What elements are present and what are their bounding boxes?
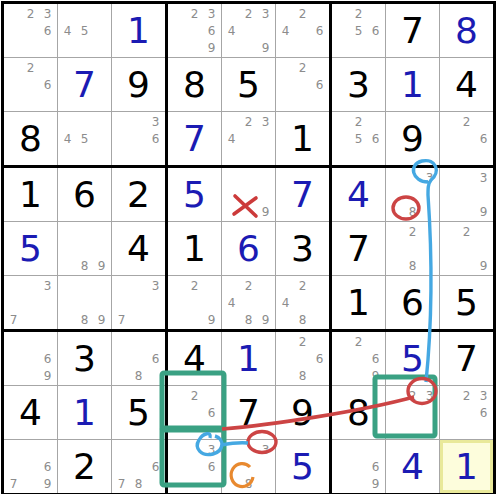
pencil-marks: 26: [168, 386, 221, 439]
given-digit: 1: [332, 276, 385, 329]
given-digit: 1: [4, 168, 57, 221]
candidate-9: 9: [93, 311, 110, 328]
cell-r3c8[interactable]: 9: [386, 112, 439, 165]
candidate-8: 8: [404, 203, 421, 220]
box-2-2: 597163292489248: [168, 168, 329, 329]
cell-r3c9[interactable]: 26: [440, 112, 493, 165]
cell-r3c6[interactable]: 1: [276, 112, 329, 165]
candidate-2: 2: [404, 387, 421, 404]
cell-r8c4[interactable]: 26: [168, 386, 221, 439]
cell-r3c3[interactable]: 36: [112, 112, 165, 165]
cell-r9c8[interactable]: 4: [386, 440, 439, 493]
candidate-2: 2: [350, 113, 367, 130]
candidate-6: 6: [475, 404, 492, 421]
cell-r1c8[interactable]: 7: [386, 4, 439, 57]
pencil-marks: 45: [58, 4, 111, 57]
entered-digit: 5: [168, 168, 221, 221]
candidate-8: 8: [240, 475, 257, 492]
cell-r5c3[interactable]: 4: [112, 222, 165, 275]
cell-r3c5[interactable]: 234: [222, 112, 275, 165]
pencil-marks: 2369: [168, 4, 221, 57]
given-digit: 7: [440, 332, 493, 385]
pencil-marks: 236: [4, 4, 57, 57]
entered-digit: 4: [386, 440, 439, 493]
candidate-9: 9: [39, 367, 56, 384]
entered-digit: 5: [4, 222, 57, 275]
cell-r5c6[interactable]: 3: [276, 222, 329, 275]
entered-digit: 7: [58, 58, 111, 111]
cell-r4c4[interactable]: 5: [168, 168, 221, 221]
cell-r7c7[interactable]: 269: [332, 332, 385, 385]
pencil-marks: 248: [276, 276, 329, 329]
pencil-marks: 69: [4, 332, 57, 385]
pencil-marks: 256: [332, 4, 385, 57]
candidate-9: 9: [257, 311, 274, 328]
cell-r2c1[interactable]: 26: [4, 58, 57, 111]
candidate-9: 9: [475, 257, 492, 274]
cell-r9c3[interactable]: 678: [112, 440, 165, 493]
cell-r9c1[interactable]: 679: [4, 440, 57, 493]
candidate-6: 6: [39, 76, 56, 93]
cell-r6c8[interactable]: 6: [386, 276, 439, 329]
candidate-2: 2: [186, 387, 203, 404]
pencil-marks: 2489: [222, 276, 275, 329]
candidate-9: 9: [39, 475, 56, 492]
candidate-4: 4: [223, 294, 240, 311]
box-1-2: 23692349246852672341: [168, 4, 329, 165]
given-digit: 7: [332, 222, 385, 275]
given-digit: 7: [222, 386, 275, 439]
pencil-marks: 36: [168, 440, 221, 493]
given-digit: 3: [276, 222, 329, 275]
candidate-3: 3: [257, 5, 274, 22]
candidate-8: 8: [76, 257, 93, 274]
candidate-5: 5: [76, 130, 93, 147]
given-digit: 1: [276, 112, 329, 165]
candidate-2: 2: [294, 333, 311, 350]
candidate-3: 3: [39, 5, 56, 22]
candidate-2: 2: [350, 333, 367, 350]
cell-r1c7[interactable]: 256: [332, 4, 385, 57]
given-digit: 8: [4, 112, 57, 165]
pencil-marks: 39: [440, 168, 493, 221]
pencil-marks: 89: [58, 222, 111, 275]
pencil-marks: 29: [168, 276, 221, 329]
cell-r7c6[interactable]: 268: [276, 332, 329, 385]
cell-r1c4[interactable]: 2369: [168, 4, 221, 57]
cell-r8c7[interactable]: 8: [332, 386, 385, 439]
candidate-2: 2: [458, 113, 475, 130]
candidate-6: 6: [39, 22, 56, 39]
candidate-9: 9: [367, 475, 384, 492]
candidate-2: 2: [240, 277, 257, 294]
candidate-6: 6: [367, 458, 384, 475]
cell-r5c5[interactable]: 6: [222, 222, 275, 275]
candidate-6: 6: [311, 76, 328, 93]
cell-r5c1[interactable]: 5: [4, 222, 57, 275]
given-digit: 3: [332, 58, 385, 111]
pencil-marks: 234: [222, 112, 275, 165]
cell-r2c7[interactable]: 3: [332, 58, 385, 111]
candidate-6: 6: [367, 350, 384, 367]
entered-digit: 8: [440, 4, 493, 57]
pencil-marks: 2349: [222, 4, 275, 57]
candidate-4: 4: [277, 22, 294, 39]
candidate-3: 3: [421, 169, 438, 186]
candidate-5: 5: [350, 22, 367, 39]
entered-digit: 1: [222, 332, 275, 385]
candidate-9: 9: [475, 203, 492, 220]
cell-r7c1[interactable]: 69: [4, 332, 57, 385]
given-digit: 8: [332, 386, 385, 439]
candidate-6: 6: [367, 130, 384, 147]
pencil-marks: 269: [332, 332, 385, 385]
pencil-marks: 23: [386, 386, 439, 439]
cell-r2c6[interactable]: 26: [276, 58, 329, 111]
candidate-2: 2: [404, 223, 421, 240]
cell-r9c5[interactable]: 38: [222, 440, 275, 493]
candidate-2: 2: [186, 5, 203, 22]
candidate-9: 9: [93, 257, 110, 274]
cell-r7c3[interactable]: 68: [112, 332, 165, 385]
cell-r3c2[interactable]: 45: [58, 112, 111, 165]
cell-r6c5[interactable]: 2489: [222, 276, 275, 329]
cell-r3c4[interactable]: 7: [168, 112, 221, 165]
pencil-marks: 236: [440, 386, 493, 439]
cell-r1c3[interactable]: 1: [112, 4, 165, 57]
cell-r9c7[interactable]: 69: [332, 440, 385, 493]
entered-digit: 5: [386, 332, 439, 385]
cell-r9c6[interactable]: 5: [276, 440, 329, 493]
cell-r4c7[interactable]: 4: [332, 168, 385, 221]
candidate-3: 3: [203, 5, 220, 22]
cell-r2c8[interactable]: 1: [386, 58, 439, 111]
pencil-marks: 45: [58, 112, 111, 165]
given-digit: 1: [168, 222, 221, 275]
pencil-marks: 69: [332, 440, 385, 493]
candidate-3: 3: [203, 441, 220, 458]
candidate-2: 2: [294, 5, 311, 22]
cell-r1c1[interactable]: 236: [4, 4, 57, 57]
pencil-marks: 26: [440, 112, 493, 165]
given-digit: 5: [112, 386, 165, 439]
candidate-6: 6: [39, 350, 56, 367]
candidate-2: 2: [22, 5, 39, 22]
candidate-3: 3: [421, 387, 438, 404]
pencil-marks: 38: [386, 168, 439, 221]
cell-r6c6[interactable]: 248: [276, 276, 329, 329]
candidate-6: 6: [367, 22, 384, 39]
candidate-2: 2: [294, 59, 311, 76]
sudoku-grid: 2364512679845362369234924685267234125678…: [1, 1, 496, 494]
candidate-2: 2: [186, 277, 203, 294]
cell-r4c9[interactable]: 39: [440, 168, 493, 221]
candidate-2: 2: [294, 277, 311, 294]
entered-digit: 1: [440, 440, 493, 493]
cell-r8c2[interactable]: 1: [58, 386, 111, 439]
candidate-8: 8: [294, 311, 311, 328]
cell-r4c3[interactable]: 2: [112, 168, 165, 221]
candidate-9: 9: [203, 39, 220, 56]
candidate-3: 3: [257, 113, 274, 130]
given-digit: 7: [386, 4, 439, 57]
given-digit: 9: [386, 112, 439, 165]
cell-r4c5[interactable]: 9: [222, 168, 275, 221]
candidate-6: 6: [475, 130, 492, 147]
cell-r6c9[interactable]: 5: [440, 276, 493, 329]
candidate-6: 6: [39, 458, 56, 475]
given-digit: 5: [440, 276, 493, 329]
pencil-marks: 678: [112, 440, 165, 493]
cell-r4c8[interactable]: 38: [386, 168, 439, 221]
box-1-3: 25678314256926: [332, 4, 493, 165]
cell-r5c2[interactable]: 89: [58, 222, 111, 275]
candidate-4: 4: [59, 22, 76, 39]
candidate-2: 2: [240, 5, 257, 22]
cell-r8c8[interactable]: 23: [386, 386, 439, 439]
cell-r1c2[interactable]: 45: [58, 4, 111, 57]
cell-r6c4[interactable]: 29: [168, 276, 221, 329]
candidate-9: 9: [367, 367, 384, 384]
cell-r8c5[interactable]: 7: [222, 386, 275, 439]
pencil-marks: 37: [4, 276, 57, 329]
candidate-7: 7: [5, 311, 22, 328]
entered-digit: 7: [168, 112, 221, 165]
given-digit: 4: [112, 222, 165, 275]
pencil-marks: 268: [276, 332, 329, 385]
candidate-8: 8: [294, 367, 311, 384]
candidate-5: 5: [350, 130, 367, 147]
candidate-7: 7: [113, 475, 130, 492]
candidate-6: 6: [311, 22, 328, 39]
given-digit: 3: [58, 332, 111, 385]
candidate-9: 9: [257, 203, 274, 220]
given-digit: 9: [112, 58, 165, 111]
candidate-4: 4: [277, 294, 294, 311]
box-3-2: 41268267936385: [168, 332, 329, 493]
cell-r9c9[interactable]: 1: [440, 440, 493, 493]
cell-r2c3[interactable]: 9: [112, 58, 165, 111]
candidate-2: 2: [458, 223, 475, 240]
cell-r6c7[interactable]: 1: [332, 276, 385, 329]
given-digit: 6: [386, 276, 439, 329]
cell-r5c9[interactable]: 29: [440, 222, 493, 275]
cell-r7c2[interactable]: 3: [58, 332, 111, 385]
candidate-4: 4: [223, 130, 240, 147]
cell-r6c3[interactable]: 37: [112, 276, 165, 329]
pencil-marks: 68: [112, 332, 165, 385]
cell-r9c4[interactable]: 36: [168, 440, 221, 493]
cell-r3c1[interactable]: 8: [4, 112, 57, 165]
candidate-4: 4: [59, 130, 76, 147]
pencil-marks: 89: [58, 276, 111, 329]
given-digit: 4: [440, 58, 493, 111]
candidate-6: 6: [147, 458, 164, 475]
candidate-6: 6: [203, 404, 220, 421]
given-digit: 4: [4, 386, 57, 439]
cell-r5c7[interactable]: 7: [332, 222, 385, 275]
cell-r5c8[interactable]: 28: [386, 222, 439, 275]
candidate-5: 5: [76, 22, 93, 39]
entered-digit: 6: [222, 222, 275, 275]
candidate-6: 6: [311, 350, 328, 367]
cell-r1c6[interactable]: 246: [276, 4, 329, 57]
given-digit: 8: [168, 58, 221, 111]
cell-r4c6[interactable]: 7: [276, 168, 329, 221]
candidate-3: 3: [39, 277, 56, 294]
cell-r2c9[interactable]: 4: [440, 58, 493, 111]
candidate-2: 2: [350, 5, 367, 22]
candidate-8: 8: [76, 311, 93, 328]
candidate-8: 8: [240, 311, 257, 328]
cell-r4c2[interactable]: 6: [58, 168, 111, 221]
entered-digit: 5: [276, 440, 329, 493]
cell-r8c9[interactable]: 236: [440, 386, 493, 439]
candidate-3: 3: [257, 441, 274, 458]
cell-r6c1[interactable]: 37: [4, 276, 57, 329]
pencil-marks: 36: [112, 112, 165, 165]
cell-r8c1[interactable]: 4: [4, 386, 57, 439]
cell-r7c8[interactable]: 5: [386, 332, 439, 385]
box-2-1: 1625894378937: [4, 168, 165, 329]
given-digit: 2: [112, 168, 165, 221]
candidate-6: 6: [203, 458, 220, 475]
pencil-marks: 9: [222, 168, 275, 221]
pencil-marks: 38: [222, 440, 275, 493]
box-3-1: 693684156792678: [4, 332, 165, 493]
cell-r7c9[interactable]: 7: [440, 332, 493, 385]
candidate-3: 3: [147, 277, 164, 294]
candidate-8: 8: [130, 367, 147, 384]
cell-r2c5[interactable]: 5: [222, 58, 275, 111]
candidate-4: 4: [223, 22, 240, 39]
given-digit: 5: [222, 58, 275, 111]
cell-r8c3[interactable]: 5: [112, 386, 165, 439]
candidate-3: 3: [475, 169, 492, 186]
candidate-6: 6: [147, 350, 164, 367]
cell-r9c2[interactable]: 2: [58, 440, 111, 493]
entered-digit: 1: [58, 386, 111, 439]
pencil-marks: 679: [4, 440, 57, 493]
candidate-7: 7: [5, 475, 22, 492]
box-3-3: 269578232366941: [332, 332, 493, 493]
candidate-6: 6: [147, 130, 164, 147]
entered-digit: 1: [112, 4, 165, 57]
cell-r1c9[interactable]: 8: [440, 4, 493, 57]
given-digit: 9: [276, 386, 329, 439]
candidate-9: 9: [257, 39, 274, 56]
box-1-1: 236451267984536: [4, 4, 165, 165]
candidate-3: 3: [147, 113, 164, 130]
cell-r1c5[interactable]: 2349: [222, 4, 275, 57]
pencil-marks: 37: [112, 276, 165, 329]
cell-r4c1[interactable]: 1: [4, 168, 57, 221]
candidate-9: 9: [203, 311, 220, 328]
cell-r6c2[interactable]: 89: [58, 276, 111, 329]
candidate-3: 3: [475, 387, 492, 404]
candidate-2: 2: [458, 387, 475, 404]
cell-r7c4[interactable]: 4: [168, 332, 221, 385]
cell-r2c2[interactable]: 7: [58, 58, 111, 111]
cell-r8c6[interactable]: 9: [276, 386, 329, 439]
candidate-8: 8: [130, 475, 147, 492]
pencil-marks: 28: [386, 222, 439, 275]
box-2-3: 4383972829165: [332, 168, 493, 329]
pencil-marks: 256: [332, 112, 385, 165]
cell-r5c4[interactable]: 1: [168, 222, 221, 275]
cell-r7c5[interactable]: 1: [222, 332, 275, 385]
candidate-2: 2: [240, 113, 257, 130]
given-digit: 2: [58, 440, 111, 493]
cell-r2c4[interactable]: 8: [168, 58, 221, 111]
pencil-marks: 26: [4, 58, 57, 111]
entered-digit: 1: [386, 58, 439, 111]
pencil-marks: 29: [440, 222, 493, 275]
given-digit: 4: [168, 332, 221, 385]
candidate-2: 2: [22, 59, 39, 76]
candidate-7: 7: [113, 311, 130, 328]
entered-digit: 4: [332, 168, 385, 221]
candidate-8: 8: [404, 257, 421, 274]
sudoku-board: 2364512679845362369234924685267234125678…: [1, 1, 496, 494]
candidate-6: 6: [203, 22, 220, 39]
given-digit: 6: [58, 168, 111, 221]
pencil-marks: 26: [276, 58, 329, 111]
pencil-marks: 246: [276, 4, 329, 57]
cell-r3c7[interactable]: 256: [332, 112, 385, 165]
entered-digit: 7: [276, 168, 329, 221]
